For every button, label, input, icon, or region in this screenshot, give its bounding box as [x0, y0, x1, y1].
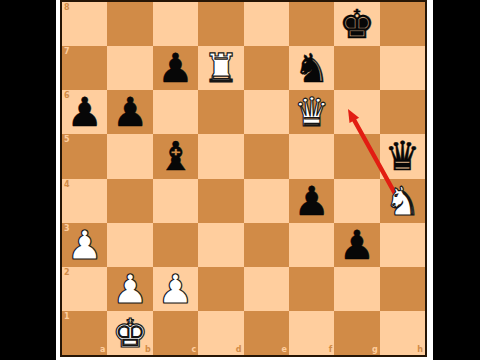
black-bishop-c5[interactable]: ♝: [153, 134, 198, 178]
square-d3[interactable]: [198, 223, 243, 267]
square-e6[interactable]: [244, 90, 289, 134]
board-canvas: 87654321abcdefgh ♚♞♟♜♟♟♛♝♛♟♞♟♟♟♟♚: [56, 0, 433, 360]
white-rook-d7[interactable]: ♜: [198, 46, 243, 90]
square-g4[interactable]: [334, 179, 379, 223]
square-g6[interactable]: [334, 90, 379, 134]
square-d8[interactable]: [198, 2, 243, 46]
square-c3[interactable]: [153, 223, 198, 267]
rank-label-1: 1: [64, 312, 70, 321]
square-h3[interactable]: [380, 223, 425, 267]
square-b8[interactable]: [107, 2, 152, 46]
square-e2[interactable]: [244, 267, 289, 311]
square-a8[interactable]: 8: [62, 2, 107, 46]
black-queen-h5[interactable]: ♛: [380, 134, 425, 178]
file-label-f: f: [329, 345, 332, 354]
white-king-b1[interactable]: ♚: [107, 311, 152, 355]
board-frame: 87654321abcdefgh ♚♞♟♜♟♟♛♝♛♟♞♟♟♟♟♚: [60, 0, 427, 357]
square-a1[interactable]: 1a: [62, 311, 107, 355]
file-label-g: g: [372, 345, 378, 354]
square-e4[interactable]: [244, 179, 289, 223]
white-pawn-c2[interactable]: ♟: [153, 267, 198, 311]
square-g2[interactable]: [334, 267, 379, 311]
square-e7[interactable]: [244, 46, 289, 90]
square-h8[interactable]: [380, 2, 425, 46]
black-king-g8[interactable]: ♚: [334, 2, 379, 46]
rank-label-4: 4: [64, 180, 70, 189]
square-e1[interactable]: e: [244, 311, 289, 355]
square-d5[interactable]: [198, 134, 243, 178]
square-c6[interactable]: [153, 90, 198, 134]
white-queen-f6[interactable]: ♛: [289, 90, 334, 134]
square-g5[interactable]: [334, 134, 379, 178]
square-f2[interactable]: [289, 267, 334, 311]
white-knight-h4[interactable]: ♞: [380, 179, 425, 223]
square-f5[interactable]: [289, 134, 334, 178]
black-knight-f7[interactable]: ♞: [289, 46, 334, 90]
file-label-h: h: [417, 345, 423, 354]
black-pawn-b6[interactable]: ♟: [107, 90, 152, 134]
square-d6[interactable]: [198, 90, 243, 134]
square-c4[interactable]: [153, 179, 198, 223]
square-g7[interactable]: [334, 46, 379, 90]
rank-label-8: 8: [64, 3, 70, 12]
square-a7[interactable]: 7: [62, 46, 107, 90]
black-pawn-g3[interactable]: ♟: [334, 223, 379, 267]
letterbox-bar-left: [0, 0, 56, 360]
square-b4[interactable]: [107, 179, 152, 223]
square-a2[interactable]: 2: [62, 267, 107, 311]
square-h1[interactable]: h: [380, 311, 425, 355]
square-a4[interactable]: 4: [62, 179, 107, 223]
square-b7[interactable]: [107, 46, 152, 90]
square-h6[interactable]: [380, 90, 425, 134]
square-b5[interactable]: [107, 134, 152, 178]
square-c8[interactable]: [153, 2, 198, 46]
square-f8[interactable]: [289, 2, 334, 46]
square-e3[interactable]: [244, 223, 289, 267]
file-label-a: a: [100, 345, 105, 354]
black-pawn-a6[interactable]: ♟: [62, 90, 107, 134]
square-b3[interactable]: [107, 223, 152, 267]
rank-label-5: 5: [64, 135, 70, 144]
square-d1[interactable]: d: [198, 311, 243, 355]
rank-label-7: 7: [64, 47, 70, 56]
letterbox-bar-right: [433, 0, 480, 360]
file-label-d: d: [236, 345, 242, 354]
rank-label-2: 2: [64, 268, 70, 277]
square-f3[interactable]: [289, 223, 334, 267]
white-pawn-b2[interactable]: ♟: [107, 267, 152, 311]
file-label-c: c: [191, 345, 196, 354]
square-h7[interactable]: [380, 46, 425, 90]
square-h2[interactable]: [380, 267, 425, 311]
square-a5[interactable]: 5: [62, 134, 107, 178]
square-c1[interactable]: c: [153, 311, 198, 355]
square-g1[interactable]: g: [334, 311, 379, 355]
black-pawn-f4[interactable]: ♟: [289, 179, 334, 223]
square-e5[interactable]: [244, 134, 289, 178]
black-pawn-c7[interactable]: ♟: [153, 46, 198, 90]
white-pawn-a3[interactable]: ♟: [62, 223, 107, 267]
file-label-e: e: [281, 345, 286, 354]
square-e8[interactable]: [244, 2, 289, 46]
square-d4[interactable]: [198, 179, 243, 223]
square-d2[interactable]: [198, 267, 243, 311]
square-f1[interactable]: f: [289, 311, 334, 355]
